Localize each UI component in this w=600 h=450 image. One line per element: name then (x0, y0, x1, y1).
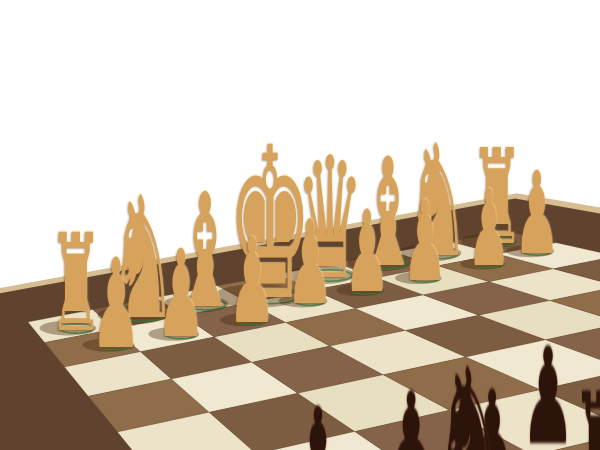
piece-black-pawn-c7[interactable]: ♟ (386, 376, 435, 450)
piece-white-pawn-e2[interactable]: ♟ (287, 205, 334, 321)
piece-white-pawn-f2[interactable]: ♟ (228, 222, 276, 340)
piece-white-pawn-b2[interactable]: ♟ (468, 176, 511, 282)
piece-white-pawn-g2[interactable]: ♟ (157, 234, 206, 355)
piece-white-pawn-c2[interactable]: ♟ (403, 186, 448, 297)
pieces-layer: ♟♟♟♞♟♜♜♞♝♚♛♝♞♜♟♟♟♟♟♟♟♟ (0, 0, 600, 450)
piece-black-knight-b8[interactable]: ♞ (435, 346, 504, 450)
piece-white-pawn-a2[interactable]: ♟ (514, 157, 560, 271)
piece-black-rook-a8[interactable]: ♜ (571, 373, 600, 450)
chess-set-photo: ♟♟♟♞♟♜♜♞♝♚♛♝♞♜♟♟♟♟♟♟♟♟ (0, 0, 600, 450)
piece-black-pawn-a7[interactable]: ♟ (521, 330, 575, 450)
piece-black-pawn-d7[interactable]: ♟ (294, 392, 342, 450)
piece-white-pawn-d2[interactable]: ♟ (344, 196, 390, 309)
piece-white-pawn-h2[interactable]: ♟ (91, 242, 141, 366)
